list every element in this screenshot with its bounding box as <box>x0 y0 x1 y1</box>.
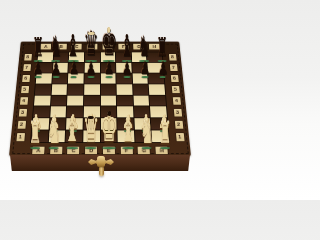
rank-label-4: 4 <box>20 97 28 104</box>
bishop-glyph: ♝ <box>121 113 136 148</box>
square-f4[interactable] <box>117 95 133 106</box>
knight-glyph: ♞ <box>47 116 61 148</box>
rank-label-2: 2 <box>174 120 182 128</box>
bishop-glyph: ♝ <box>65 113 80 148</box>
rank-label-7: 7 <box>23 64 31 71</box>
pawn-glyph: ♟ <box>69 60 79 78</box>
rank-label-3: 3 <box>18 108 26 116</box>
square-g4[interactable] <box>133 95 149 106</box>
rank-label-5: 5 <box>21 86 29 93</box>
square-b5[interactable] <box>51 84 67 94</box>
square-a4[interactable] <box>34 95 50 106</box>
rank-label-6: 6 <box>22 75 30 82</box>
rank-label-8: 8 <box>24 53 32 60</box>
rank-label-8: 8 <box>168 53 176 60</box>
rook-glyph: ♜ <box>159 118 172 148</box>
pawn-glyph: ♟ <box>140 60 150 78</box>
brass-clasp-pin <box>99 166 104 176</box>
square-c5[interactable] <box>68 84 84 94</box>
rank-label-4: 4 <box>172 97 180 104</box>
rank-label-7: 7 <box>169 64 177 71</box>
pawn-glyph: ♟ <box>104 60 114 78</box>
pawn-glyph: ♟ <box>158 60 168 78</box>
king-finial <box>107 27 111 33</box>
square-e5[interactable] <box>100 84 115 94</box>
square-f5[interactable] <box>117 84 133 94</box>
square-c4[interactable] <box>67 95 83 106</box>
rank-label-1: 1 <box>16 133 25 141</box>
square-d5[interactable] <box>84 84 99 94</box>
queen-crown <box>88 32 95 35</box>
square-h5[interactable] <box>149 84 165 94</box>
square-g5[interactable] <box>133 84 149 94</box>
rank-label-5: 5 <box>171 86 179 93</box>
queen-crown <box>88 116 95 119</box>
square-a5[interactable] <box>35 84 51 94</box>
square-h4[interactable] <box>150 95 166 106</box>
knight-glyph: ♞ <box>140 116 154 148</box>
rank-label-6: 6 <box>170 75 178 82</box>
pawn-glyph: ♟ <box>122 60 132 78</box>
square-b4[interactable] <box>51 95 67 106</box>
rank-label-1: 1 <box>175 133 184 141</box>
rook-glyph: ♜ <box>29 118 42 148</box>
pawn-glyph: ♟ <box>33 60 43 78</box>
pawn-glyph: ♟ <box>51 60 61 78</box>
rank-label-2: 2 <box>17 120 25 128</box>
king-finial <box>108 111 112 117</box>
pawn-glyph: ♟ <box>86 60 96 78</box>
brass-clasp-body <box>97 156 105 167</box>
rank-label-3: 3 <box>173 108 181 116</box>
square-d4[interactable] <box>84 95 100 106</box>
